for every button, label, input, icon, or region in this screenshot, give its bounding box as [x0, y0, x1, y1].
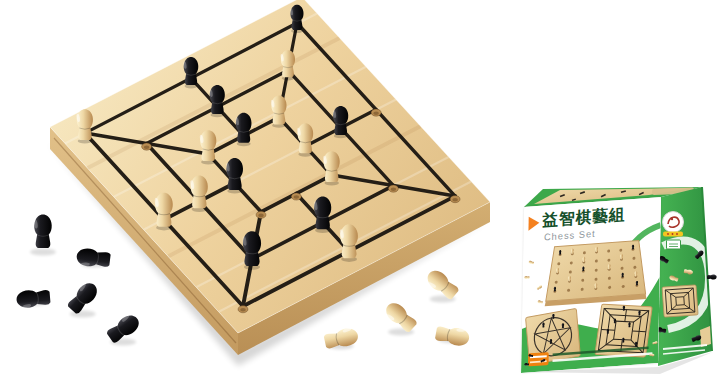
product-photo-scene: 益智棋藝組 Chess Set [0, 0, 720, 384]
box-arrow-icon [528, 216, 539, 231]
front-logo-plate [528, 352, 549, 366]
box-front-face: 益智棋藝組 Chess Set [521, 197, 661, 373]
box-side-board-photo [662, 285, 698, 317]
